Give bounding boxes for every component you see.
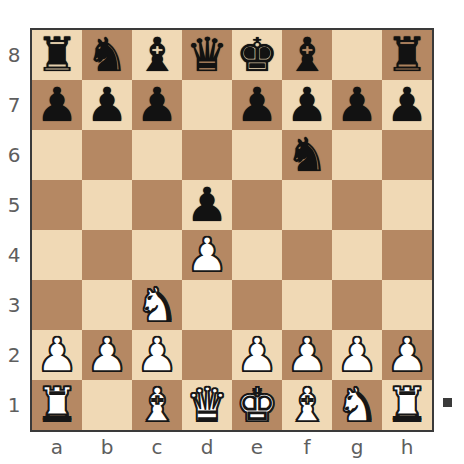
square-f1[interactable]: ♝ bbox=[282, 380, 332, 430]
black-pawn-f7[interactable]: ♟ bbox=[286, 81, 328, 128]
square-h6[interactable] bbox=[382, 130, 432, 180]
rank-label-6: 6 bbox=[0, 130, 28, 180]
black-queen-d8[interactable]: ♛ bbox=[186, 31, 228, 78]
square-b6[interactable] bbox=[82, 130, 132, 180]
square-e3[interactable] bbox=[232, 280, 282, 330]
black-pawn-c7[interactable]: ♟ bbox=[136, 81, 178, 128]
square-b4[interactable] bbox=[82, 230, 132, 280]
square-c7[interactable]: ♟ bbox=[132, 80, 182, 130]
black-pawn-h7[interactable]: ♟ bbox=[386, 81, 428, 128]
square-d1[interactable]: ♛ bbox=[182, 380, 232, 430]
black-knight-f6[interactable]: ♞ bbox=[286, 131, 328, 178]
square-b2[interactable]: ♟ bbox=[82, 330, 132, 380]
square-f6[interactable]: ♞ bbox=[282, 130, 332, 180]
square-d5[interactable]: ♟ bbox=[182, 180, 232, 230]
rank-label-4: 4 bbox=[0, 230, 28, 280]
square-h3[interactable] bbox=[382, 280, 432, 330]
file-label-f: f bbox=[282, 433, 332, 461]
square-b3[interactable] bbox=[82, 280, 132, 330]
black-pawn-a7[interactable]: ♟ bbox=[36, 81, 78, 128]
rank-label-7: 7 bbox=[0, 80, 28, 130]
square-a7[interactable]: ♟ bbox=[32, 80, 82, 130]
file-label-h: h bbox=[382, 433, 432, 461]
black-pawn-g7[interactable]: ♟ bbox=[336, 81, 378, 128]
square-a4[interactable] bbox=[32, 230, 82, 280]
square-c5[interactable] bbox=[132, 180, 182, 230]
square-d3[interactable] bbox=[182, 280, 232, 330]
square-g3[interactable] bbox=[332, 280, 382, 330]
white-pawn-f2[interactable]: ♟ bbox=[286, 331, 328, 378]
white-pawn-h2[interactable]: ♟ bbox=[386, 331, 428, 378]
black-king-e8[interactable]: ♚ bbox=[236, 31, 278, 78]
white-pawn-b2[interactable]: ♟ bbox=[86, 331, 128, 378]
square-d2[interactable] bbox=[182, 330, 232, 380]
square-h7[interactable]: ♟ bbox=[382, 80, 432, 130]
white-king-e1[interactable]: ♚ bbox=[236, 381, 278, 428]
square-d7[interactable] bbox=[182, 80, 232, 130]
square-h5[interactable] bbox=[382, 180, 432, 230]
square-a3[interactable] bbox=[32, 280, 82, 330]
square-d6[interactable] bbox=[182, 130, 232, 180]
square-h2[interactable]: ♟ bbox=[382, 330, 432, 380]
chess-board: ♜♞♝♛♚♝♜♟♟♟♟♟♟♟♞♟♟♞♟♟♟♟♟♟♟♜♝♛♚♝♞♜ bbox=[30, 28, 434, 432]
square-d4[interactable]: ♟ bbox=[182, 230, 232, 280]
black-pawn-e7[interactable]: ♟ bbox=[236, 81, 278, 128]
turn-indicator bbox=[443, 398, 452, 407]
file-label-e: e bbox=[232, 433, 282, 461]
white-pawn-c2[interactable]: ♟ bbox=[136, 331, 178, 378]
file-label-g: g bbox=[332, 433, 382, 461]
square-e6[interactable] bbox=[232, 130, 282, 180]
file-label-d: d bbox=[182, 433, 232, 461]
white-bishop-c1[interactable]: ♝ bbox=[136, 381, 178, 428]
square-g1[interactable]: ♞ bbox=[332, 380, 382, 430]
file-label-c: c bbox=[132, 433, 182, 461]
square-e1[interactable]: ♚ bbox=[232, 380, 282, 430]
square-b8[interactable]: ♞ bbox=[82, 30, 132, 80]
square-g4[interactable] bbox=[332, 230, 382, 280]
white-rook-a1[interactable]: ♜ bbox=[36, 381, 78, 428]
square-e8[interactable]: ♚ bbox=[232, 30, 282, 80]
rank-label-2: 2 bbox=[0, 330, 28, 380]
square-h8[interactable]: ♜ bbox=[382, 30, 432, 80]
square-f7[interactable]: ♟ bbox=[282, 80, 332, 130]
square-g5[interactable] bbox=[332, 180, 382, 230]
file-label-b: b bbox=[82, 433, 132, 461]
square-g6[interactable] bbox=[332, 130, 382, 180]
square-c4[interactable] bbox=[132, 230, 182, 280]
white-bishop-f1[interactable]: ♝ bbox=[286, 381, 328, 428]
square-b5[interactable] bbox=[82, 180, 132, 230]
white-knight-g1[interactable]: ♞ bbox=[336, 381, 378, 428]
square-c3[interactable]: ♞ bbox=[132, 280, 182, 330]
rank-labels: 87654321 bbox=[0, 30, 28, 430]
square-f4[interactable] bbox=[282, 230, 332, 280]
square-e2[interactable]: ♟ bbox=[232, 330, 282, 380]
square-a1[interactable]: ♜ bbox=[32, 380, 82, 430]
white-queen-d1[interactable]: ♛ bbox=[186, 381, 228, 428]
square-e7[interactable]: ♟ bbox=[232, 80, 282, 130]
rank-label-5: 5 bbox=[0, 180, 28, 230]
square-f8[interactable]: ♝ bbox=[282, 30, 332, 80]
square-h4[interactable] bbox=[382, 230, 432, 280]
square-f2[interactable]: ♟ bbox=[282, 330, 332, 380]
square-c2[interactable]: ♟ bbox=[132, 330, 182, 380]
square-a5[interactable] bbox=[32, 180, 82, 230]
white-knight-c3[interactable]: ♞ bbox=[136, 281, 178, 328]
black-rook-h8[interactable]: ♜ bbox=[386, 31, 428, 78]
square-e4[interactable] bbox=[232, 230, 282, 280]
rank-label-8: 8 bbox=[0, 30, 28, 80]
square-c6[interactable] bbox=[132, 130, 182, 180]
rank-label-3: 3 bbox=[0, 280, 28, 330]
white-pawn-e2[interactable]: ♟ bbox=[236, 331, 278, 378]
square-b1[interactable] bbox=[82, 380, 132, 430]
white-pawn-a2[interactable]: ♟ bbox=[36, 331, 78, 378]
square-b7[interactable]: ♟ bbox=[82, 80, 132, 130]
square-g8[interactable] bbox=[332, 30, 382, 80]
square-e5[interactable] bbox=[232, 180, 282, 230]
black-pawn-d5[interactable]: ♟ bbox=[186, 181, 228, 228]
square-f3[interactable] bbox=[282, 280, 332, 330]
square-a8[interactable]: ♜ bbox=[32, 30, 82, 80]
file-label-a: a bbox=[32, 433, 82, 461]
black-pawn-b7[interactable]: ♟ bbox=[86, 81, 128, 128]
square-g7[interactable]: ♟ bbox=[332, 80, 382, 130]
rank-label-1: 1 bbox=[0, 380, 28, 430]
square-h1[interactable]: ♜ bbox=[382, 380, 432, 430]
square-d8[interactable]: ♛ bbox=[182, 30, 232, 80]
square-g2[interactable]: ♟ bbox=[332, 330, 382, 380]
file-labels: abcdefgh bbox=[32, 433, 432, 461]
black-bishop-c8[interactable]: ♝ bbox=[136, 31, 178, 78]
square-a2[interactable]: ♟ bbox=[32, 330, 82, 380]
chess-app: 87654321 ♜♞♝♛♚♝♜♟♟♟♟♟♟♟♞♟♟♞♟♟♟♟♟♟♟♜♝♛♚♝♞… bbox=[0, 0, 464, 464]
black-rook-a8[interactable]: ♜ bbox=[36, 31, 78, 78]
white-pawn-d4[interactable]: ♟ bbox=[186, 231, 228, 278]
white-pawn-g2[interactable]: ♟ bbox=[336, 331, 378, 378]
square-f5[interactable] bbox=[282, 180, 332, 230]
black-bishop-f8[interactable]: ♝ bbox=[286, 31, 328, 78]
white-rook-h1[interactable]: ♜ bbox=[386, 381, 428, 428]
square-c8[interactable]: ♝ bbox=[132, 30, 182, 80]
black-knight-b8[interactable]: ♞ bbox=[86, 31, 128, 78]
square-a6[interactable] bbox=[32, 130, 82, 180]
square-c1[interactable]: ♝ bbox=[132, 380, 182, 430]
